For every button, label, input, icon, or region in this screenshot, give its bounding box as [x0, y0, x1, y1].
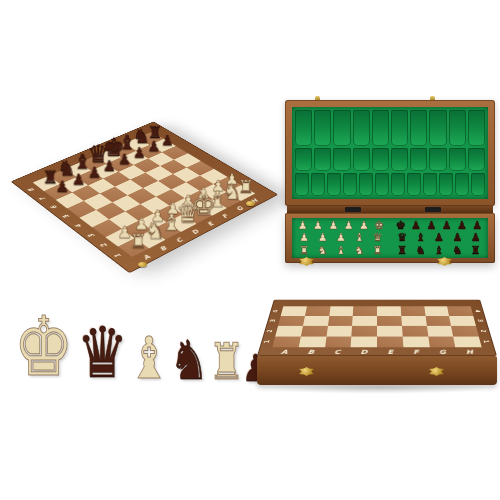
closed-square-a4 [281, 306, 307, 315]
white-rook: ♜ [208, 339, 245, 387]
tray-piece-p: ♟ [457, 220, 467, 231]
closed-square-b3 [303, 316, 329, 326]
tray-piece-k: ♚ [374, 220, 384, 231]
tray-piece-p: ♟ [313, 220, 323, 231]
closed-square-d4 [353, 306, 377, 315]
closed-rank-label: 1 [263, 340, 272, 343]
tray-piece-q: ♛ [397, 232, 407, 243]
felt-slot [314, 110, 331, 146]
closed-square-a1 [272, 336, 300, 347]
lid-slot-row [295, 173, 485, 196]
felt-slot [429, 148, 446, 171]
rank-label: 2 [100, 242, 110, 248]
tray-piece-p: ♟ [336, 232, 346, 243]
felt-slot [391, 173, 405, 196]
tray-row: ♟♟♟♟♟♚ [295, 220, 387, 231]
tray-piece-n: ♞ [452, 245, 462, 256]
closed-file-label: C [334, 348, 341, 355]
file-label: B [158, 245, 169, 252]
chess-board: ♜♞♝♛♚♝♞♜♟♟♟♟♟♟♟♟♟♟♟♟♟♟♟♟♜♞♝♛♚♝♞♜ 8765432… [11, 121, 279, 273]
closed-square-f2 [402, 326, 428, 336]
closed-square-g1 [428, 336, 456, 347]
closed-square-b1 [298, 336, 326, 347]
felt-slot [343, 173, 357, 196]
closed-square-d3 [352, 316, 377, 326]
storage-case-open: ♟♟♟♟♟♚♟♟♟♝♛♜♞♝♞♜ ♚♟♟♟♟♟♛♝♟♟♟♜♞♝♞♜ [285, 100, 495, 263]
closed-square-h4 [447, 306, 473, 315]
felt-slot [375, 173, 389, 196]
tray-piece-p: ♟ [359, 220, 369, 231]
closed-square-f4 [400, 306, 425, 315]
felt-slot [372, 148, 389, 171]
piece-light-r: ♜ [128, 232, 150, 252]
closed-square-g2 [426, 326, 453, 336]
felt-slot [372, 110, 389, 146]
closed-rank-label: 3 [269, 319, 277, 322]
tray-piece-b: ♝ [336, 245, 346, 256]
felt-slot [429, 110, 446, 146]
case-base-tray: ♟♟♟♟♟♚♟♟♟♝♛♜♞♝♞♜ ♚♟♟♟♟♟♛♝♟♟♟♜♞♝♞♜ [285, 213, 495, 263]
closed-square-d1 [351, 336, 377, 347]
brass-latch-icon [246, 201, 255, 206]
white-bishop: ♝ [128, 331, 171, 386]
rank-label: 7 [39, 196, 49, 201]
felt-slot [353, 148, 370, 171]
brass-clasp-icon [429, 367, 444, 376]
closed-square-b2 [301, 326, 328, 336]
felt-slot [314, 148, 331, 171]
tray-dark-pieces: ♚♟♟♟♟♟♛♝♟♟♟♜♞♝♞♜ [390, 218, 488, 258]
closed-file-label: H [465, 348, 474, 355]
closed-square-b4 [305, 306, 330, 315]
tray-piece-p: ♟ [434, 232, 444, 243]
chess-set-product-photo: ♜♞♝♛♚♝♞♜♟♟♟♟♟♟♟♟♟♟♟♟♟♟♟♟♜♞♝♛♚♝♞♜ 8765432… [0, 0, 500, 500]
felt-slot [455, 173, 469, 196]
tray-piece-p: ♟ [442, 220, 452, 231]
file-label: F [220, 213, 230, 219]
tray-piece-b: ♝ [354, 232, 364, 243]
felt-slot [359, 173, 373, 196]
felt-slot [333, 148, 350, 171]
felt-slot [423, 173, 437, 196]
closed-rank-label: 2 [266, 329, 274, 332]
closed-square-a2 [275, 326, 303, 336]
rank-label: 4 [74, 223, 84, 229]
felt-slot [333, 110, 350, 146]
tray-felt: ♟♟♟♟♟♚♟♟♟♝♛♜♞♝♞♜ ♚♟♟♟♟♟♛♝♟♟♟♜♞♝♞♜ [292, 218, 488, 258]
closed-board-top: ABCDEFGH 4321 4321 [257, 300, 497, 356]
tray-piece-p: ♟ [298, 220, 308, 231]
tray-piece-p: ♟ [318, 232, 328, 243]
piece-lineup: ♚♛♝♞♜♟ [12, 290, 254, 386]
felt-slot [327, 173, 341, 196]
felt-slot [391, 148, 408, 171]
brass-latch-icon [138, 262, 147, 267]
felt-slot [468, 148, 485, 171]
tray-piece-p: ♟ [471, 232, 481, 243]
closed-square-h3 [449, 316, 476, 326]
felt-slot [353, 110, 370, 146]
closed-file-label: F [413, 348, 419, 355]
hinge-icon [345, 207, 361, 212]
closed-square-e4 [377, 306, 401, 315]
file-label: C [174, 237, 185, 244]
closed-file-label: D [360, 348, 367, 355]
tray-piece-n: ♞ [416, 245, 426, 256]
lid-slot-row [295, 110, 485, 146]
felt-slot [410, 110, 427, 146]
closed-square-a3 [278, 316, 305, 326]
hinge-bar [287, 206, 493, 213]
closed-rank-label: 2 [479, 329, 487, 332]
closed-board-view: ABCDEFGH 4321 4321 [254, 260, 500, 400]
felt-slot [295, 148, 312, 171]
closed-square-c1 [325, 336, 352, 347]
rank-label: 3 [87, 232, 97, 238]
felt-slot [449, 110, 466, 146]
rank-label: 8 [27, 187, 36, 192]
tray-piece-p: ♟ [328, 220, 338, 231]
closed-board-front [257, 356, 497, 385]
closed-file-label: A [280, 348, 288, 355]
tray-light-pieces: ♟♟♟♟♟♚♟♟♟♝♛♜♞♝♞♜ [292, 218, 390, 258]
tray-row: ♜♞♝♞♜ [393, 245, 485, 256]
closed-square-e1 [377, 336, 403, 347]
file-label: A [141, 254, 152, 261]
closed-square-e3 [377, 316, 402, 326]
tray-piece-p: ♟ [472, 220, 482, 231]
tray-piece-p: ♟ [426, 220, 436, 231]
tray-piece-r: ♜ [397, 245, 407, 256]
closed-square-e2 [377, 326, 402, 336]
closed-square-g4 [424, 306, 449, 315]
felt-slot [407, 173, 421, 196]
felt-slot [439, 173, 453, 196]
closed-square-h1 [453, 336, 481, 347]
tray-piece-k: ♚ [396, 220, 406, 231]
felt-slot [391, 110, 408, 146]
felt-slot [449, 148, 466, 171]
lid-felt-slots [292, 107, 488, 199]
tray-piece-r: ♜ [373, 245, 383, 256]
felt-slot [410, 148, 427, 171]
brass-clasp-icon [299, 367, 314, 376]
closed-file-label: G [438, 348, 446, 355]
closed-square-f3 [401, 316, 426, 326]
felt-slot [468, 110, 485, 146]
file-label: E [205, 221, 216, 227]
tray-piece-n: ♞ [354, 245, 364, 256]
felt-slot [295, 110, 312, 146]
tray-piece-p: ♟ [344, 220, 354, 231]
closed-file-label: E [387, 348, 393, 355]
rank-label: 6 [50, 204, 60, 209]
case-lid [285, 100, 495, 206]
closed-square-c3 [328, 316, 353, 326]
white-king: ♚ [14, 308, 74, 386]
rank-label: 1 [113, 252, 123, 258]
felt-slot [471, 173, 485, 196]
closed-square-c4 [329, 306, 354, 315]
tray-piece-p: ♟ [452, 232, 462, 243]
tray-piece-b: ♝ [416, 232, 426, 243]
closed-square-g3 [425, 316, 451, 326]
rank-label: 5 [62, 213, 72, 218]
tray-piece-p: ♟ [299, 232, 309, 243]
black-queen: ♛ [76, 320, 127, 387]
closed-file-labels: ABCDEFGH [270, 348, 484, 355]
black-knight: ♞ [170, 335, 210, 386]
closed-square-c2 [326, 326, 352, 336]
file-label: D [189, 228, 200, 235]
tray-piece-b: ♝ [434, 245, 444, 256]
felt-slot [295, 173, 309, 196]
felt-slot [311, 173, 325, 196]
closed-rank-label: 4 [474, 310, 482, 313]
closed-file-label: B [307, 348, 315, 355]
closed-rank-label: 4 [272, 310, 280, 313]
tray-row: ♟♟♟♝♛ [295, 232, 387, 243]
tray-row: ♜♞♝♞♜ [295, 245, 387, 256]
closed-rank-label: 1 [482, 340, 491, 343]
piece-dark-p: ♟ [52, 180, 72, 195]
closed-rank-label: 3 [476, 319, 484, 322]
closed-square-d2 [352, 326, 377, 336]
lid-slot-row [295, 148, 485, 171]
hinge-icon [425, 207, 441, 212]
tray-piece-n: ♞ [318, 245, 328, 256]
board-squares: ♜♞♝♛♚♝♞♜♟♟♟♟♟♟♟♟♟♟♟♟♟♟♟♟♜♞♝♛♚♝♞♜ [33, 132, 256, 258]
tray-row: ♛♝♟♟♟ [393, 232, 485, 243]
tray-piece-q: ♛ [373, 232, 383, 243]
tray-piece-r: ♜ [299, 245, 309, 256]
tray-piece-r: ♜ [471, 245, 481, 256]
tray-piece-p: ♟ [411, 220, 421, 231]
closed-board-squares [272, 306, 481, 347]
tray-row: ♚♟♟♟♟♟ [393, 220, 485, 231]
file-label: G [234, 205, 245, 211]
closed-square-f1 [402, 336, 429, 347]
closed-square-h2 [451, 326, 479, 336]
